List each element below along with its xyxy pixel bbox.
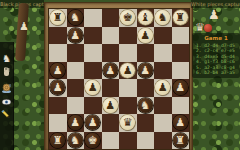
white-king[interactable]: ♚ <box>120 10 135 25</box>
square[interactable]: ♟ <box>119 62 137 80</box>
square[interactable]: ♞ <box>67 9 85 27</box>
square[interactable]: ♚ <box>119 9 137 27</box>
square[interactable] <box>154 114 172 132</box>
square[interactable]: ♞ <box>137 97 155 115</box>
black-knight[interactable]: ♞ <box>68 133 83 148</box>
move-list: 1. d2-d4 d7-d52. c2-c4 e7-e53. d4xe5 d5-… <box>196 43 240 75</box>
white-pawn[interactable]: ♟ <box>120 63 135 78</box>
square[interactable] <box>137 44 155 62</box>
black-rook[interactable]: ♜ <box>173 133 188 148</box>
square[interactable] <box>102 114 120 132</box>
square[interactable]: ♟ <box>49 79 67 97</box>
square[interactable] <box>154 27 172 45</box>
piece-glyph: ♟ <box>50 80 65 95</box>
chess-app-window: Black pieces captured ♟ ♞ <box>0 0 240 150</box>
square[interactable]: ♜ <box>172 132 190 150</box>
black-pawn[interactable]: ♟ <box>173 80 188 95</box>
black-pawn[interactable]: ♟ <box>103 63 118 78</box>
square[interactable]: ♜ <box>49 9 67 27</box>
square[interactable]: ♞ <box>154 9 172 27</box>
square[interactable] <box>172 44 190 62</box>
piece-glyph: ♟ <box>173 115 188 130</box>
square[interactable] <box>119 97 137 115</box>
black-pawn[interactable]: ♟ <box>138 63 153 78</box>
square[interactable] <box>137 79 155 97</box>
square[interactable]: ♟ <box>67 114 85 132</box>
square[interactable] <box>49 114 67 132</box>
black-pawn[interactable]: ♟ <box>50 80 65 95</box>
black-pawn[interactable]: ♟ <box>50 63 65 78</box>
white-pawn[interactable]: ♟ <box>85 80 100 95</box>
square[interactable] <box>119 27 137 45</box>
piece-glyph: ♟ <box>50 63 65 78</box>
piece-glyph: ♟ <box>103 98 118 113</box>
piece-glyph: ♜ <box>173 133 188 148</box>
move-entry: 4. g1-f3 b8-c6 <box>196 59 240 64</box>
chess-board: ♜♞♚♝♞♜♟♟♟♟♟♟♟♟♟♟♟♞♟♟♛♟♜♞♚♜ <box>48 8 190 150</box>
square[interactable] <box>67 79 85 97</box>
square[interactable] <box>84 44 102 62</box>
piece-glyph: ♟ <box>68 115 83 130</box>
square[interactable]: ♟ <box>49 62 67 80</box>
tree-piece-figurine: ♟ <box>19 20 29 33</box>
pencil-icon[interactable] <box>1 106 12 118</box>
square[interactable] <box>49 44 67 62</box>
square[interactable] <box>67 97 85 115</box>
piece-glyph: ♞ <box>68 133 83 148</box>
white-bishop[interactable]: ♝ <box>138 10 153 25</box>
side-toolbar: ♞ <box>0 42 14 150</box>
piece-glyph: ♞ <box>68 10 83 25</box>
square[interactable] <box>119 132 137 150</box>
piece-glyph: ♜ <box>50 133 65 148</box>
square[interactable] <box>84 97 102 115</box>
square[interactable]: ♟ <box>84 114 102 132</box>
piece-glyph: ♟ <box>68 28 83 43</box>
piece-glyph: ♟ <box>138 28 153 43</box>
square[interactable]: ♟ <box>172 79 190 97</box>
move-entry: 6. b2-b4 a7-a5 <box>196 70 240 75</box>
square[interactable] <box>67 62 85 80</box>
square[interactable] <box>84 27 102 45</box>
square[interactable] <box>67 44 85 62</box>
square[interactable] <box>154 132 172 150</box>
game-number-header: Game 1 <box>192 35 240 41</box>
piece-glyph: ♜ <box>50 10 65 25</box>
square[interactable] <box>154 97 172 115</box>
eye-icon[interactable] <box>1 93 12 105</box>
square[interactable] <box>49 97 67 115</box>
square[interactable]: ♜ <box>172 9 190 27</box>
square[interactable] <box>172 27 190 45</box>
square[interactable]: ♝ <box>137 9 155 27</box>
black-pawn[interactable]: ♟ <box>173 115 188 130</box>
square[interactable]: ♟ <box>137 62 155 80</box>
piece-glyph: ♞ <box>155 10 170 25</box>
square[interactable]: ♚ <box>84 132 102 150</box>
piece-glyph: ♟ <box>138 63 153 78</box>
white-knight[interactable]: ♞ <box>155 10 170 25</box>
square[interactable]: ♟ <box>102 97 120 115</box>
square[interactable]: ♛ <box>119 114 137 132</box>
piece-glyph: ♟ <box>85 115 100 130</box>
piece-glyph: ♟ <box>85 80 100 95</box>
piece-glyph: ♟ <box>173 80 188 95</box>
square[interactable]: ♜ <box>49 132 67 150</box>
black-pawn[interactable]: ♟ <box>68 115 83 130</box>
square[interactable] <box>172 62 190 80</box>
piece-glyph: ♟ <box>155 80 170 95</box>
square[interactable] <box>102 79 120 97</box>
square[interactable] <box>84 62 102 80</box>
square[interactable] <box>172 97 190 115</box>
piece-glyph: ♞ <box>138 98 153 113</box>
white-rook[interactable]: ♜ <box>50 10 65 25</box>
square[interactable] <box>119 44 137 62</box>
square[interactable]: ♟ <box>172 114 190 132</box>
piece-glyph: ♜ <box>173 10 188 25</box>
square[interactable] <box>49 27 67 45</box>
square[interactable]: ♟ <box>154 79 172 97</box>
black-pawn[interactable]: ♟ <box>85 115 100 130</box>
piece-glyph: ♚ <box>85 133 100 148</box>
square[interactable] <box>102 44 120 62</box>
piece-glyph: ♚ <box>120 10 135 25</box>
black-pawn[interactable]: ♟ <box>68 28 83 43</box>
black-knight[interactable]: ♞ <box>138 98 153 113</box>
square[interactable]: ♟ <box>102 62 120 80</box>
square[interactable] <box>137 132 155 150</box>
square[interactable] <box>119 79 137 97</box>
white-pawn[interactable]: ♟ <box>155 80 170 95</box>
black-knight[interactable]: ♞ <box>68 10 83 25</box>
white-queen[interactable]: ♛ <box>120 115 135 130</box>
square[interactable] <box>102 9 120 27</box>
square[interactable] <box>154 62 172 80</box>
white-rook[interactable]: ♜ <box>173 10 188 25</box>
square[interactable] <box>102 132 120 150</box>
square[interactable]: ♟ <box>67 27 85 45</box>
square[interactable]: ♟ <box>84 79 102 97</box>
piece-glyph: ♟ <box>103 63 118 78</box>
square[interactable] <box>137 114 155 132</box>
square[interactable]: ♟ <box>137 27 155 45</box>
hand-icon[interactable] <box>1 63 12 75</box>
white-pawn[interactable]: ♟ <box>103 98 118 113</box>
piece-glyph: ♛ <box>120 115 135 130</box>
black-king[interactable]: ♚ <box>85 133 100 148</box>
square[interactable] <box>154 44 172 62</box>
square[interactable] <box>84 9 102 27</box>
white-pawn[interactable]: ♟ <box>138 28 153 43</box>
square[interactable] <box>102 27 120 45</box>
red-player-figurine <box>204 24 212 32</box>
black-rook[interactable]: ♜ <box>50 133 65 148</box>
piece-glyph: ♟ <box>120 63 135 78</box>
captured-white-pawn-icon: ♟ <box>208 7 220 22</box>
knight-icon[interactable]: ♞ <box>1 47 12 59</box>
snail-icon[interactable] <box>1 79 12 91</box>
piece-glyph: ♝ <box>138 10 153 25</box>
square[interactable]: ♞ <box>67 132 85 150</box>
